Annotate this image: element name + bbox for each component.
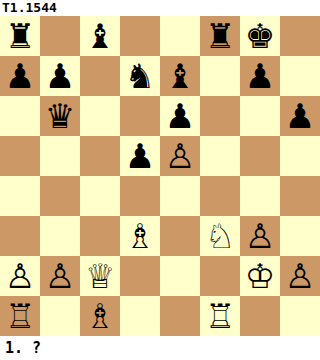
square-a5[interactable] xyxy=(0,136,40,176)
piece-black-rook[interactable]: ♜ xyxy=(5,16,35,56)
chess-board: ♜♝♜♚♟♟♞♝♟♛♟♟♟♙♗♘♙♙♙♕♔♙♖♗♖ xyxy=(0,16,320,336)
square-b4[interactable] xyxy=(40,176,80,216)
square-c1[interactable]: ♗ xyxy=(80,296,120,336)
chess-puzzle-window: T1.1544 ♜♝♜♚♟♟♞♝♟♛♟♟♟♙♗♘♙♙♙♕♔♙♖♗♖ 1. ? xyxy=(0,0,320,360)
square-a4[interactable] xyxy=(0,176,40,216)
piece-white-pawn[interactable]: ♙ xyxy=(245,216,275,256)
piece-black-pawn[interactable]: ♟ xyxy=(45,56,75,96)
square-a7[interactable]: ♟ xyxy=(0,56,40,96)
square-c8[interactable]: ♝ xyxy=(80,16,120,56)
square-g7[interactable]: ♟ xyxy=(240,56,280,96)
square-a8[interactable]: ♜ xyxy=(0,16,40,56)
piece-black-pawn[interactable]: ♟ xyxy=(245,56,275,96)
square-c5[interactable] xyxy=(80,136,120,176)
square-f4[interactable] xyxy=(200,176,240,216)
square-f7[interactable] xyxy=(200,56,240,96)
square-g3[interactable]: ♙ xyxy=(240,216,280,256)
square-d8[interactable] xyxy=(120,16,160,56)
square-f5[interactable] xyxy=(200,136,240,176)
square-g4[interactable] xyxy=(240,176,280,216)
square-g8[interactable]: ♚ xyxy=(240,16,280,56)
square-h8[interactable] xyxy=(280,16,320,56)
square-b1[interactable] xyxy=(40,296,80,336)
piece-white-bishop[interactable]: ♗ xyxy=(85,296,115,336)
square-h7[interactable] xyxy=(280,56,320,96)
piece-white-knight[interactable]: ♘ xyxy=(205,216,235,256)
square-e6[interactable]: ♟ xyxy=(160,96,200,136)
piece-white-pawn[interactable]: ♙ xyxy=(5,256,35,296)
square-b6[interactable]: ♛ xyxy=(40,96,80,136)
piece-white-king[interactable]: ♔ xyxy=(245,256,275,296)
square-g2[interactable]: ♔ xyxy=(240,256,280,296)
move-prompt: 1. ? xyxy=(0,336,320,360)
square-d5[interactable]: ♟ xyxy=(120,136,160,176)
square-e4[interactable] xyxy=(160,176,200,216)
piece-black-pawn[interactable]: ♟ xyxy=(285,96,315,136)
square-b3[interactable] xyxy=(40,216,80,256)
square-f6[interactable] xyxy=(200,96,240,136)
piece-white-pawn[interactable]: ♙ xyxy=(285,256,315,296)
piece-black-queen[interactable]: ♛ xyxy=(45,96,75,136)
square-b5[interactable] xyxy=(40,136,80,176)
piece-black-bishop[interactable]: ♝ xyxy=(85,16,115,56)
piece-black-bishop[interactable]: ♝ xyxy=(165,56,195,96)
piece-black-rook[interactable]: ♜ xyxy=(205,16,235,56)
square-f2[interactable] xyxy=(200,256,240,296)
square-c3[interactable] xyxy=(80,216,120,256)
square-f8[interactable]: ♜ xyxy=(200,16,240,56)
piece-white-bishop[interactable]: ♗ xyxy=(125,216,155,256)
square-d3[interactable]: ♗ xyxy=(120,216,160,256)
square-d7[interactable]: ♞ xyxy=(120,56,160,96)
square-d1[interactable] xyxy=(120,296,160,336)
square-e8[interactable] xyxy=(160,16,200,56)
square-a6[interactable] xyxy=(0,96,40,136)
square-e2[interactable] xyxy=(160,256,200,296)
piece-black-pawn[interactable]: ♟ xyxy=(165,96,195,136)
square-c2[interactable]: ♕ xyxy=(80,256,120,296)
square-h6[interactable]: ♟ xyxy=(280,96,320,136)
square-h2[interactable]: ♙ xyxy=(280,256,320,296)
piece-white-queen[interactable]: ♕ xyxy=(85,256,115,296)
square-c6[interactable] xyxy=(80,96,120,136)
square-h1[interactable] xyxy=(280,296,320,336)
piece-white-rook[interactable]: ♖ xyxy=(5,296,35,336)
square-g5[interactable] xyxy=(240,136,280,176)
square-c7[interactable] xyxy=(80,56,120,96)
square-e7[interactable]: ♝ xyxy=(160,56,200,96)
square-a2[interactable]: ♙ xyxy=(0,256,40,296)
square-h5[interactable] xyxy=(280,136,320,176)
square-c4[interactable] xyxy=(80,176,120,216)
square-g6[interactable] xyxy=(240,96,280,136)
piece-white-pawn[interactable]: ♙ xyxy=(165,136,195,176)
square-f1[interactable]: ♖ xyxy=(200,296,240,336)
square-e5[interactable]: ♙ xyxy=(160,136,200,176)
piece-white-pawn[interactable]: ♙ xyxy=(45,256,75,296)
square-f3[interactable]: ♘ xyxy=(200,216,240,256)
square-d2[interactable] xyxy=(120,256,160,296)
square-g1[interactable] xyxy=(240,296,280,336)
piece-white-rook[interactable]: ♖ xyxy=(205,296,235,336)
square-b7[interactable]: ♟ xyxy=(40,56,80,96)
piece-black-king[interactable]: ♚ xyxy=(245,16,275,56)
square-h3[interactable] xyxy=(280,216,320,256)
square-e1[interactable] xyxy=(160,296,200,336)
square-e3[interactable] xyxy=(160,216,200,256)
piece-black-knight[interactable]: ♞ xyxy=(125,56,155,96)
square-b2[interactable]: ♙ xyxy=(40,256,80,296)
square-h4[interactable] xyxy=(280,176,320,216)
square-b8[interactable] xyxy=(40,16,80,56)
square-d4[interactable] xyxy=(120,176,160,216)
square-a3[interactable] xyxy=(0,216,40,256)
square-a1[interactable]: ♖ xyxy=(0,296,40,336)
piece-black-pawn[interactable]: ♟ xyxy=(5,56,35,96)
square-d6[interactable] xyxy=(120,96,160,136)
puzzle-id-label: T1.1544 xyxy=(0,0,320,16)
piece-black-pawn[interactable]: ♟ xyxy=(125,136,155,176)
